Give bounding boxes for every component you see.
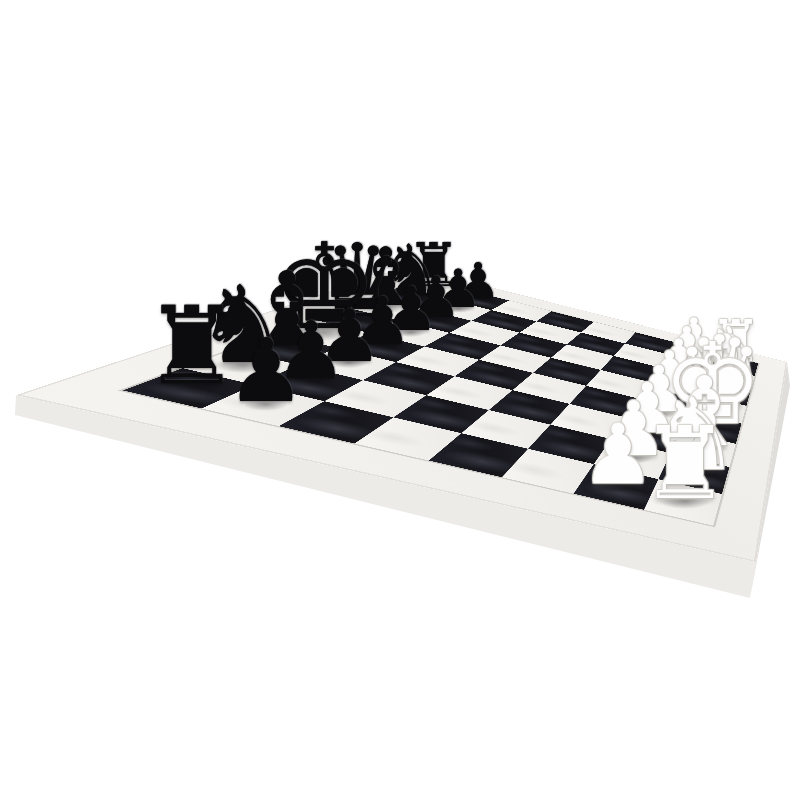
- piece-black-rook-h8[interactable]: ♜: [144, 293, 240, 401]
- piece-white-rook-h1[interactable]: ♜: [640, 414, 730, 514]
- product-photo-chess-set: { "game": { "name": "chess", "descriptio…: [0, 0, 800, 800]
- piece-black-pawn-h7[interactable]: ♟: [227, 328, 305, 416]
